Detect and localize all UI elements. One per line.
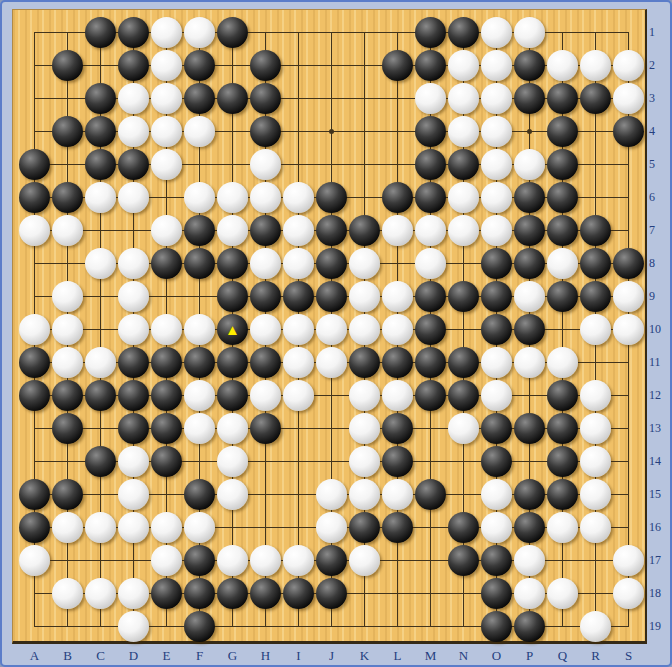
board-point-G18[interactable] bbox=[216, 577, 249, 610]
board-point-E13[interactable] bbox=[150, 412, 183, 445]
board-point-N9[interactable] bbox=[447, 280, 480, 313]
board-point-G14[interactable] bbox=[216, 445, 249, 478]
board-point-H16[interactable] bbox=[249, 511, 282, 544]
board-point-L5[interactable] bbox=[381, 148, 414, 181]
board-point-L2[interactable] bbox=[381, 49, 414, 82]
board-point-J12[interactable] bbox=[315, 379, 348, 412]
board-point-S18[interactable] bbox=[612, 577, 645, 610]
board-point-D16[interactable] bbox=[117, 511, 150, 544]
board-point-N12[interactable] bbox=[447, 379, 480, 412]
board-point-E17[interactable] bbox=[150, 544, 183, 577]
board-point-F6[interactable] bbox=[183, 181, 216, 214]
board-point-D8[interactable] bbox=[117, 247, 150, 280]
board-point-E7[interactable] bbox=[150, 214, 183, 247]
board-point-P11[interactable] bbox=[513, 346, 546, 379]
board-point-D9[interactable] bbox=[117, 280, 150, 313]
board-point-R6[interactable] bbox=[579, 181, 612, 214]
board-point-L15[interactable] bbox=[381, 478, 414, 511]
board-point-E14[interactable] bbox=[150, 445, 183, 478]
board-point-F16[interactable] bbox=[183, 511, 216, 544]
board-point-J1[interactable] bbox=[315, 16, 348, 49]
board-point-M9[interactable] bbox=[414, 280, 447, 313]
board-point-L10[interactable] bbox=[381, 313, 414, 346]
board-point-J11[interactable] bbox=[315, 346, 348, 379]
board-point-G12[interactable] bbox=[216, 379, 249, 412]
board-point-R9[interactable] bbox=[579, 280, 612, 313]
board-point-O14[interactable] bbox=[480, 445, 513, 478]
board-point-H8[interactable] bbox=[249, 247, 282, 280]
board-point-L12[interactable] bbox=[381, 379, 414, 412]
board-point-M10[interactable] bbox=[414, 313, 447, 346]
board-point-G4[interactable] bbox=[216, 115, 249, 148]
board-point-D12[interactable] bbox=[117, 379, 150, 412]
board-point-R4[interactable] bbox=[579, 115, 612, 148]
board-point-R2[interactable] bbox=[579, 49, 612, 82]
board-point-H9[interactable] bbox=[249, 280, 282, 313]
board-point-J17[interactable] bbox=[315, 544, 348, 577]
board-point-D13[interactable] bbox=[117, 412, 150, 445]
board-point-S11[interactable] bbox=[612, 346, 645, 379]
board-point-C6[interactable] bbox=[84, 181, 117, 214]
board-point-O9[interactable] bbox=[480, 280, 513, 313]
board-point-E2[interactable] bbox=[150, 49, 183, 82]
board-point-K16[interactable] bbox=[348, 511, 381, 544]
board-point-K13[interactable] bbox=[348, 412, 381, 445]
board-point-C5[interactable] bbox=[84, 148, 117, 181]
board-point-Q5[interactable] bbox=[546, 148, 579, 181]
board-point-Q3[interactable] bbox=[546, 82, 579, 115]
board-point-Q9[interactable] bbox=[546, 280, 579, 313]
board-point-R11[interactable] bbox=[579, 346, 612, 379]
board-point-K7[interactable] bbox=[348, 214, 381, 247]
board-point-O18[interactable] bbox=[480, 577, 513, 610]
board-point-Q14[interactable] bbox=[546, 445, 579, 478]
board-point-N6[interactable] bbox=[447, 181, 480, 214]
board-point-E11[interactable] bbox=[150, 346, 183, 379]
board-point-O3[interactable] bbox=[480, 82, 513, 115]
board-point-B14[interactable] bbox=[51, 445, 84, 478]
board-point-P16[interactable] bbox=[513, 511, 546, 544]
board-point-G7[interactable] bbox=[216, 214, 249, 247]
board-point-B18[interactable] bbox=[51, 577, 84, 610]
board-point-O10[interactable] bbox=[480, 313, 513, 346]
board-point-P19[interactable] bbox=[513, 610, 546, 643]
board-point-M18[interactable] bbox=[414, 577, 447, 610]
board-point-G11[interactable] bbox=[216, 346, 249, 379]
board-point-M4[interactable] bbox=[414, 115, 447, 148]
board-point-M11[interactable] bbox=[414, 346, 447, 379]
board-point-J2[interactable] bbox=[315, 49, 348, 82]
board-point-S1[interactable] bbox=[612, 16, 645, 49]
board-point-O6[interactable] bbox=[480, 181, 513, 214]
board-point-P4[interactable] bbox=[513, 115, 546, 148]
board-point-E6[interactable] bbox=[150, 181, 183, 214]
board-point-S3[interactable] bbox=[612, 82, 645, 115]
board-point-H7[interactable] bbox=[249, 214, 282, 247]
board-point-I11[interactable] bbox=[282, 346, 315, 379]
board-point-B19[interactable] bbox=[51, 610, 84, 643]
board-point-L6[interactable] bbox=[381, 181, 414, 214]
board-point-P14[interactable] bbox=[513, 445, 546, 478]
board-point-M16[interactable] bbox=[414, 511, 447, 544]
board-point-E8[interactable] bbox=[150, 247, 183, 280]
board-point-N15[interactable] bbox=[447, 478, 480, 511]
board-point-E9[interactable] bbox=[150, 280, 183, 313]
board-point-K3[interactable] bbox=[348, 82, 381, 115]
board-point-J8[interactable] bbox=[315, 247, 348, 280]
board-point-S5[interactable] bbox=[612, 148, 645, 181]
board-point-I9[interactable] bbox=[282, 280, 315, 313]
board-point-L3[interactable] bbox=[381, 82, 414, 115]
board-point-C18[interactable] bbox=[84, 577, 117, 610]
board-point-D18[interactable] bbox=[117, 577, 150, 610]
board-point-G13[interactable] bbox=[216, 412, 249, 445]
board-point-C4[interactable] bbox=[84, 115, 117, 148]
board-point-J19[interactable] bbox=[315, 610, 348, 643]
board-point-I16[interactable] bbox=[282, 511, 315, 544]
board-point-I18[interactable] bbox=[282, 577, 315, 610]
board-point-J3[interactable] bbox=[315, 82, 348, 115]
board-point-O11[interactable] bbox=[480, 346, 513, 379]
board-point-S10[interactable] bbox=[612, 313, 645, 346]
board-point-G5[interactable] bbox=[216, 148, 249, 181]
board-point-N7[interactable] bbox=[447, 214, 480, 247]
board-point-S8[interactable] bbox=[612, 247, 645, 280]
board-point-B12[interactable] bbox=[51, 379, 84, 412]
board-point-D3[interactable] bbox=[117, 82, 150, 115]
board-point-L1[interactable] bbox=[381, 16, 414, 49]
board-point-C15[interactable] bbox=[84, 478, 117, 511]
board-point-Q6[interactable] bbox=[546, 181, 579, 214]
board-point-R10[interactable] bbox=[579, 313, 612, 346]
board-point-E12[interactable] bbox=[150, 379, 183, 412]
board-point-J10[interactable] bbox=[315, 313, 348, 346]
board-point-A19[interactable] bbox=[18, 610, 51, 643]
board-point-J13[interactable] bbox=[315, 412, 348, 445]
board-point-H4[interactable] bbox=[249, 115, 282, 148]
board-point-R16[interactable] bbox=[579, 511, 612, 544]
board-point-P1[interactable] bbox=[513, 16, 546, 49]
board-point-H12[interactable] bbox=[249, 379, 282, 412]
board-point-L19[interactable] bbox=[381, 610, 414, 643]
board-point-N16[interactable] bbox=[447, 511, 480, 544]
board-point-A1[interactable] bbox=[18, 16, 51, 49]
board-point-Q2[interactable] bbox=[546, 49, 579, 82]
board-point-I5[interactable] bbox=[282, 148, 315, 181]
board-point-H15[interactable] bbox=[249, 478, 282, 511]
board-point-A10[interactable] bbox=[18, 313, 51, 346]
board-point-D7[interactable] bbox=[117, 214, 150, 247]
board-point-Q13[interactable] bbox=[546, 412, 579, 445]
board-point-G10[interactable]: ▲ bbox=[216, 313, 249, 346]
board-point-N14[interactable] bbox=[447, 445, 480, 478]
board-point-O8[interactable] bbox=[480, 247, 513, 280]
board-point-K9[interactable] bbox=[348, 280, 381, 313]
board-point-G19[interactable] bbox=[216, 610, 249, 643]
board-point-S4[interactable] bbox=[612, 115, 645, 148]
board-point-O19[interactable] bbox=[480, 610, 513, 643]
board-point-C19[interactable] bbox=[84, 610, 117, 643]
board-point-D10[interactable] bbox=[117, 313, 150, 346]
board-point-M7[interactable] bbox=[414, 214, 447, 247]
board-point-K1[interactable] bbox=[348, 16, 381, 49]
board-point-P17[interactable] bbox=[513, 544, 546, 577]
board-point-N1[interactable] bbox=[447, 16, 480, 49]
board-point-D17[interactable] bbox=[117, 544, 150, 577]
board-point-D15[interactable] bbox=[117, 478, 150, 511]
board-point-P7[interactable] bbox=[513, 214, 546, 247]
board-point-R13[interactable] bbox=[579, 412, 612, 445]
board-point-C2[interactable] bbox=[84, 49, 117, 82]
board-point-B9[interactable] bbox=[51, 280, 84, 313]
board-point-H11[interactable] bbox=[249, 346, 282, 379]
board-point-B15[interactable] bbox=[51, 478, 84, 511]
board-point-Q17[interactable] bbox=[546, 544, 579, 577]
board-point-A12[interactable] bbox=[18, 379, 51, 412]
board-point-H13[interactable] bbox=[249, 412, 282, 445]
board-point-B5[interactable] bbox=[51, 148, 84, 181]
board-point-K17[interactable] bbox=[348, 544, 381, 577]
board-point-S14[interactable] bbox=[612, 445, 645, 478]
board-point-K14[interactable] bbox=[348, 445, 381, 478]
board-point-J5[interactable] bbox=[315, 148, 348, 181]
board-point-S9[interactable] bbox=[612, 280, 645, 313]
board-point-P6[interactable] bbox=[513, 181, 546, 214]
board-point-E1[interactable] bbox=[150, 16, 183, 49]
board-point-P9[interactable] bbox=[513, 280, 546, 313]
board-point-A8[interactable] bbox=[18, 247, 51, 280]
board-point-K6[interactable] bbox=[348, 181, 381, 214]
board-point-N13[interactable] bbox=[447, 412, 480, 445]
board-point-A11[interactable] bbox=[18, 346, 51, 379]
board-point-F4[interactable] bbox=[183, 115, 216, 148]
board-point-J16[interactable] bbox=[315, 511, 348, 544]
board-point-B17[interactable] bbox=[51, 544, 84, 577]
board-point-F19[interactable] bbox=[183, 610, 216, 643]
board-point-L7[interactable] bbox=[381, 214, 414, 247]
board-point-J9[interactable] bbox=[315, 280, 348, 313]
board-point-R14[interactable] bbox=[579, 445, 612, 478]
board-point-M13[interactable] bbox=[414, 412, 447, 445]
board-point-B13[interactable] bbox=[51, 412, 84, 445]
board-point-D19[interactable] bbox=[117, 610, 150, 643]
board-point-F7[interactable] bbox=[183, 214, 216, 247]
board-point-H1[interactable] bbox=[249, 16, 282, 49]
board-point-L17[interactable] bbox=[381, 544, 414, 577]
board-point-M14[interactable] bbox=[414, 445, 447, 478]
board-point-M5[interactable] bbox=[414, 148, 447, 181]
board-point-A6[interactable] bbox=[18, 181, 51, 214]
board-point-S6[interactable] bbox=[612, 181, 645, 214]
board-point-G2[interactable] bbox=[216, 49, 249, 82]
board-point-H14[interactable] bbox=[249, 445, 282, 478]
board-point-F9[interactable] bbox=[183, 280, 216, 313]
board-point-B16[interactable] bbox=[51, 511, 84, 544]
board-point-L18[interactable] bbox=[381, 577, 414, 610]
board-point-Q7[interactable] bbox=[546, 214, 579, 247]
board-point-R12[interactable] bbox=[579, 379, 612, 412]
board-point-M19[interactable] bbox=[414, 610, 447, 643]
board-point-O4[interactable] bbox=[480, 115, 513, 148]
board-point-S13[interactable] bbox=[612, 412, 645, 445]
board-point-C14[interactable] bbox=[84, 445, 117, 478]
board-point-L14[interactable] bbox=[381, 445, 414, 478]
board-point-M15[interactable] bbox=[414, 478, 447, 511]
board-point-R17[interactable] bbox=[579, 544, 612, 577]
board-point-O15[interactable] bbox=[480, 478, 513, 511]
board-point-A16[interactable] bbox=[18, 511, 51, 544]
board-point-K8[interactable] bbox=[348, 247, 381, 280]
board-point-M1[interactable] bbox=[414, 16, 447, 49]
board-point-D11[interactable] bbox=[117, 346, 150, 379]
board-point-R7[interactable] bbox=[579, 214, 612, 247]
board-point-N8[interactable] bbox=[447, 247, 480, 280]
board-point-S17[interactable] bbox=[612, 544, 645, 577]
board-point-O16[interactable] bbox=[480, 511, 513, 544]
board-point-S16[interactable] bbox=[612, 511, 645, 544]
board-point-E16[interactable] bbox=[150, 511, 183, 544]
board-point-D6[interactable] bbox=[117, 181, 150, 214]
board-point-A13[interactable] bbox=[18, 412, 51, 445]
board-point-E10[interactable] bbox=[150, 313, 183, 346]
board-point-R19[interactable] bbox=[579, 610, 612, 643]
board-point-M12[interactable] bbox=[414, 379, 447, 412]
board-point-P8[interactable] bbox=[513, 247, 546, 280]
board-point-I2[interactable] bbox=[282, 49, 315, 82]
board-point-N5[interactable] bbox=[447, 148, 480, 181]
board-point-Q8[interactable] bbox=[546, 247, 579, 280]
board-point-F8[interactable] bbox=[183, 247, 216, 280]
board-point-D14[interactable] bbox=[117, 445, 150, 478]
board-point-G16[interactable] bbox=[216, 511, 249, 544]
board-point-L16[interactable] bbox=[381, 511, 414, 544]
board-point-E4[interactable] bbox=[150, 115, 183, 148]
board-point-Q10[interactable] bbox=[546, 313, 579, 346]
board-point-H17[interactable] bbox=[249, 544, 282, 577]
board-point-K4[interactable] bbox=[348, 115, 381, 148]
board-point-A14[interactable] bbox=[18, 445, 51, 478]
board-point-K18[interactable] bbox=[348, 577, 381, 610]
board-point-L13[interactable] bbox=[381, 412, 414, 445]
board-point-K5[interactable] bbox=[348, 148, 381, 181]
board-point-N19[interactable] bbox=[447, 610, 480, 643]
board-point-C16[interactable] bbox=[84, 511, 117, 544]
board-point-B6[interactable] bbox=[51, 181, 84, 214]
board-point-E5[interactable] bbox=[150, 148, 183, 181]
board-point-N10[interactable] bbox=[447, 313, 480, 346]
board-point-P10[interactable] bbox=[513, 313, 546, 346]
board-point-I14[interactable] bbox=[282, 445, 315, 478]
board-point-D1[interactable] bbox=[117, 16, 150, 49]
board-point-M6[interactable] bbox=[414, 181, 447, 214]
board-point-F1[interactable] bbox=[183, 16, 216, 49]
board-point-S15[interactable] bbox=[612, 478, 645, 511]
board-point-G6[interactable] bbox=[216, 181, 249, 214]
board-point-J7[interactable] bbox=[315, 214, 348, 247]
board-point-I3[interactable] bbox=[282, 82, 315, 115]
board-point-N2[interactable] bbox=[447, 49, 480, 82]
board-point-J18[interactable] bbox=[315, 577, 348, 610]
board-point-O17[interactable] bbox=[480, 544, 513, 577]
board-point-B1[interactable] bbox=[51, 16, 84, 49]
board-point-I19[interactable] bbox=[282, 610, 315, 643]
board-point-N18[interactable] bbox=[447, 577, 480, 610]
board-point-Q16[interactable] bbox=[546, 511, 579, 544]
board-point-C1[interactable] bbox=[84, 16, 117, 49]
board-point-I8[interactable] bbox=[282, 247, 315, 280]
board-point-F15[interactable] bbox=[183, 478, 216, 511]
board-point-M2[interactable] bbox=[414, 49, 447, 82]
board-point-E19[interactable] bbox=[150, 610, 183, 643]
board-point-C13[interactable] bbox=[84, 412, 117, 445]
board-point-Q12[interactable] bbox=[546, 379, 579, 412]
board-point-S12[interactable] bbox=[612, 379, 645, 412]
board-point-E3[interactable] bbox=[150, 82, 183, 115]
board-point-S19[interactable] bbox=[612, 610, 645, 643]
board-point-H10[interactable] bbox=[249, 313, 282, 346]
board-point-G9[interactable] bbox=[216, 280, 249, 313]
board-point-I10[interactable] bbox=[282, 313, 315, 346]
board-point-H3[interactable] bbox=[249, 82, 282, 115]
board-point-O13[interactable] bbox=[480, 412, 513, 445]
board-point-G1[interactable] bbox=[216, 16, 249, 49]
board-point-A3[interactable] bbox=[18, 82, 51, 115]
board-point-M8[interactable] bbox=[414, 247, 447, 280]
board-point-A4[interactable] bbox=[18, 115, 51, 148]
board-point-R8[interactable] bbox=[579, 247, 612, 280]
board-point-R1[interactable] bbox=[579, 16, 612, 49]
board-point-O7[interactable] bbox=[480, 214, 513, 247]
board-point-P12[interactable] bbox=[513, 379, 546, 412]
board-point-Q19[interactable] bbox=[546, 610, 579, 643]
board-point-C8[interactable] bbox=[84, 247, 117, 280]
board-point-I13[interactable] bbox=[282, 412, 315, 445]
board-point-H6[interactable] bbox=[249, 181, 282, 214]
board-point-S2[interactable] bbox=[612, 49, 645, 82]
board-point-R5[interactable] bbox=[579, 148, 612, 181]
board-point-K15[interactable] bbox=[348, 478, 381, 511]
board-point-L4[interactable] bbox=[381, 115, 414, 148]
board-point-I17[interactable] bbox=[282, 544, 315, 577]
board-point-B11[interactable] bbox=[51, 346, 84, 379]
board-point-I15[interactable] bbox=[282, 478, 315, 511]
board-point-F5[interactable] bbox=[183, 148, 216, 181]
board-point-F17[interactable] bbox=[183, 544, 216, 577]
board-point-A9[interactable] bbox=[18, 280, 51, 313]
board-point-D2[interactable] bbox=[117, 49, 150, 82]
board-point-F3[interactable] bbox=[183, 82, 216, 115]
board-point-A15[interactable] bbox=[18, 478, 51, 511]
board-point-P5[interactable] bbox=[513, 148, 546, 181]
board-point-R18[interactable] bbox=[579, 577, 612, 610]
board-point-J15[interactable] bbox=[315, 478, 348, 511]
board-point-O1[interactable] bbox=[480, 16, 513, 49]
board-point-J4[interactable] bbox=[315, 115, 348, 148]
board-point-B10[interactable] bbox=[51, 313, 84, 346]
board-point-N11[interactable] bbox=[447, 346, 480, 379]
board-point-P18[interactable] bbox=[513, 577, 546, 610]
board-point-A17[interactable] bbox=[18, 544, 51, 577]
board-point-N17[interactable] bbox=[447, 544, 480, 577]
board-point-H5[interactable] bbox=[249, 148, 282, 181]
board-point-F11[interactable] bbox=[183, 346, 216, 379]
board-point-P3[interactable] bbox=[513, 82, 546, 115]
board-point-H18[interactable] bbox=[249, 577, 282, 610]
board-point-P13[interactable] bbox=[513, 412, 546, 445]
board-point-C9[interactable] bbox=[84, 280, 117, 313]
board-point-L8[interactable] bbox=[381, 247, 414, 280]
board-point-K19[interactable] bbox=[348, 610, 381, 643]
